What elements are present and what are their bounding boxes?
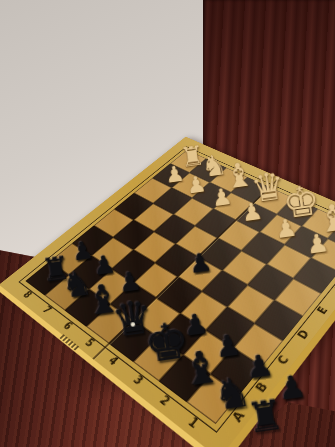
square-f8[interactable] xyxy=(134,178,172,203)
cell-d7 xyxy=(115,220,156,249)
cell-g7: ♟ xyxy=(169,177,207,202)
square-h6[interactable] xyxy=(210,168,248,193)
square-f6[interactable] xyxy=(174,198,214,226)
cell-g8: ♟ xyxy=(149,167,185,191)
chess-board: ♜♟♟♜♞♟♟♞♝♟♟♝♛♟♟♛♚♟♟♚♝♟♟♝♞♟♟♞♜♟♟♜ 1234567… xyxy=(0,137,335,447)
square-d8[interactable] xyxy=(94,209,134,237)
piece-white-queen-h5[interactable]: ♛ xyxy=(249,167,288,209)
square-g7[interactable] xyxy=(172,173,210,198)
rank-label-4: 4 xyxy=(105,354,120,367)
cell-h7: ♞ xyxy=(186,159,229,187)
cell-g4: ♟ xyxy=(247,214,297,248)
square-f7[interactable] xyxy=(153,188,192,215)
board-wrap: ♜♟♟♜♞♟♟♞♝♟♟♝♛♟♟♛♚♟♟♚♝♟♟♝♞♟♟♞♜♟♟♜ 1234567… xyxy=(34,95,335,418)
square-h8[interactable] xyxy=(170,150,206,173)
cell-g6: ♟ xyxy=(191,187,233,215)
square-h3[interactable] xyxy=(277,198,318,227)
cell-e7 xyxy=(134,205,174,233)
cell-f7 xyxy=(152,191,191,217)
square-g4[interactable] xyxy=(236,203,277,232)
piece-white-bishop-h6[interactable]: ♝ xyxy=(222,157,256,194)
rank-label-1: 1 xyxy=(185,415,201,431)
board-pieces: ♜♟♟♜♞♟♟♞♝♟♟♝♛♟♟♛♚♟♟♚♝♟♟♝♞♟♟♞♜♟♟♜ xyxy=(25,150,335,425)
cell-d8 xyxy=(95,209,134,236)
cell-g5: ♟ xyxy=(217,199,264,230)
piece-white-king-h4[interactable]: ♚ xyxy=(280,179,322,225)
cell-h8: ♜ xyxy=(166,150,207,177)
square-e8[interactable] xyxy=(114,193,153,220)
square-h7[interactable] xyxy=(189,158,226,182)
rank-label-6: 6 xyxy=(60,320,74,332)
piece-white-pawn-g6[interactable]: ♟ xyxy=(210,185,234,211)
rank-label-3: 3 xyxy=(130,373,145,387)
rank-label-8: 8 xyxy=(20,289,33,300)
square-f4[interactable] xyxy=(218,220,260,251)
queen-dot-marker xyxy=(131,322,136,327)
square-h4[interactable] xyxy=(253,187,293,214)
square-g5[interactable] xyxy=(213,192,253,220)
rank-label-5: 5 xyxy=(82,337,96,350)
piece-white-pawn-g5[interactable]: ♟ xyxy=(240,199,264,225)
cell-h4: ♚ xyxy=(263,193,317,230)
piece-black-rook-a1[interactable]: ♜ xyxy=(244,393,287,439)
cell-f8 xyxy=(132,180,169,205)
square-e6[interactable] xyxy=(154,214,195,243)
rank-label-7: 7 xyxy=(40,304,54,315)
cell-f6 xyxy=(174,202,217,231)
piece-white-rook-h8[interactable]: ♜ xyxy=(179,141,207,171)
cell-f5 xyxy=(200,215,248,247)
cell-h6: ♝ xyxy=(208,168,255,199)
piece-white-pawn-g4[interactable]: ♟ xyxy=(273,215,298,242)
square-e7[interactable] xyxy=(134,203,174,231)
piece-white-pawn-g8[interactable]: ♟ xyxy=(164,162,186,186)
square-g8[interactable] xyxy=(152,164,189,188)
square-d7[interactable] xyxy=(113,220,154,250)
rim-stamp xyxy=(59,334,80,351)
piece-white-knight-h7[interactable]: ♞ xyxy=(199,150,228,182)
square-g3[interactable] xyxy=(260,214,302,244)
cell-d6 xyxy=(137,233,182,265)
cell-h5: ♛ xyxy=(233,180,284,214)
board-scene: ♜♟♟♜♞♟♟♞♝♟♟♝♛♟♟♛♚♟♟♚♝♟♟♝♞♟♟♞♜♟♟♜ 1234567… xyxy=(0,0,335,447)
rank-label-2: 2 xyxy=(156,393,171,408)
scene-photo: ♜♟♟♜♞♟♟♞♝♟♟♝♛♟♟♛♚♟♟♚♝♟♟♝♞♟♟♞♜♟♟♜ 1234567… xyxy=(0,0,335,447)
square-h5[interactable] xyxy=(231,177,270,203)
piece-white-pawn-g7[interactable]: ♟ xyxy=(185,172,208,197)
square-f5[interactable] xyxy=(195,209,236,238)
cell-e8 xyxy=(114,194,152,220)
cell-e6 xyxy=(156,217,200,248)
square-g6[interactable] xyxy=(192,182,231,208)
square-d6[interactable] xyxy=(134,232,176,263)
